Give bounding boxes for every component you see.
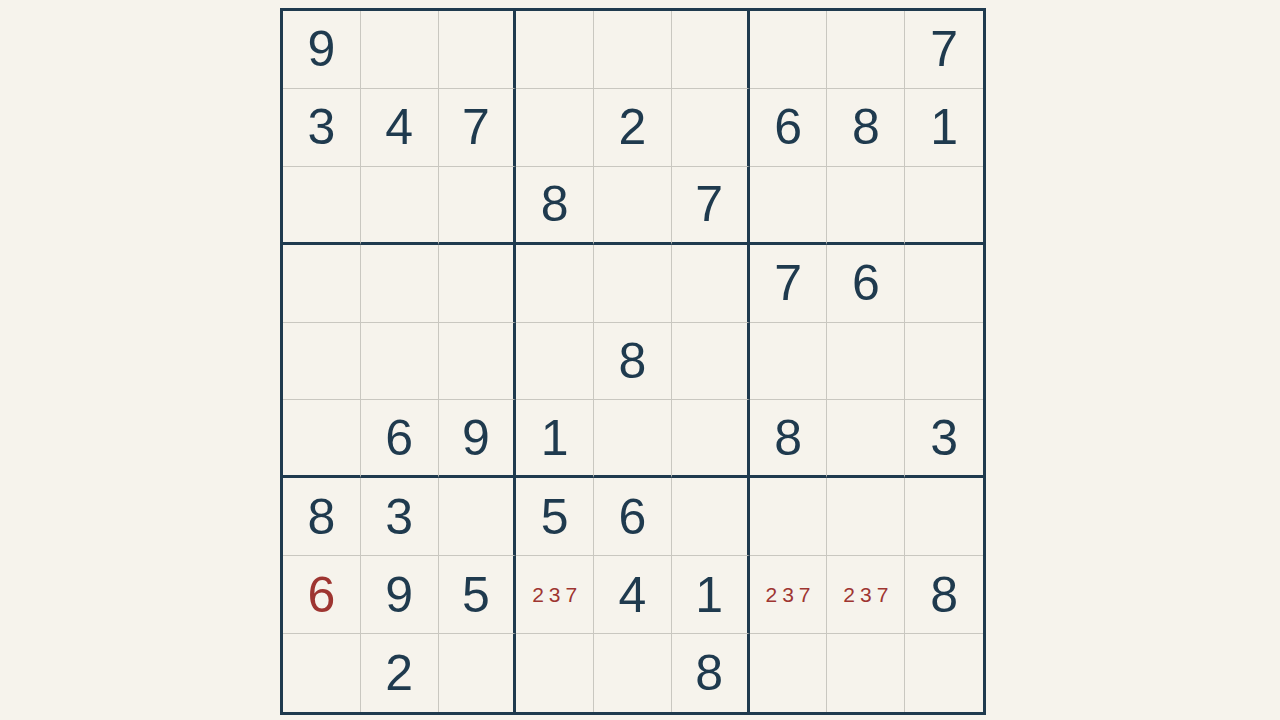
cell-r9c7[interactable] bbox=[750, 634, 828, 712]
cell-r4c6[interactable] bbox=[672, 245, 750, 323]
cell-r6c4[interactable]: 1 bbox=[516, 400, 594, 478]
given-digit: 5 bbox=[541, 492, 569, 542]
cell-r6c7[interactable]: 8 bbox=[750, 400, 828, 478]
given-digit: 8 bbox=[774, 413, 802, 463]
cell-r2c6[interactable] bbox=[672, 89, 750, 167]
cell-r8c9[interactable]: 8 bbox=[905, 556, 983, 634]
cell-r2c2[interactable]: 4 bbox=[361, 89, 439, 167]
cell-r6c8[interactable] bbox=[827, 400, 905, 478]
cell-r3c7[interactable] bbox=[750, 167, 828, 245]
given-digit: 8 bbox=[619, 336, 647, 386]
cell-r7c7[interactable] bbox=[750, 478, 828, 556]
cell-r2c7[interactable]: 6 bbox=[750, 89, 828, 167]
cell-r4c1[interactable] bbox=[283, 245, 361, 323]
sudoku-board: 9734726818776869183835669523741237237828 bbox=[280, 8, 986, 715]
cell-r2c5[interactable]: 2 bbox=[594, 89, 672, 167]
cell-r1c4[interactable] bbox=[516, 11, 594, 89]
cell-r5c7[interactable] bbox=[750, 323, 828, 401]
given-digit: 1 bbox=[930, 102, 958, 152]
cell-r7c5[interactable]: 6 bbox=[594, 478, 672, 556]
given-digit: 7 bbox=[930, 24, 958, 74]
cell-r4c3[interactable] bbox=[439, 245, 517, 323]
given-digit: 3 bbox=[307, 102, 335, 152]
given-digit: 2 bbox=[385, 648, 413, 698]
cell-r9c5[interactable] bbox=[594, 634, 672, 712]
cell-r4c5[interactable] bbox=[594, 245, 672, 323]
given-digit: 9 bbox=[307, 24, 335, 74]
given-digit: 3 bbox=[385, 492, 413, 542]
given-digit: 5 bbox=[462, 570, 490, 620]
cell-r4c8[interactable]: 6 bbox=[827, 245, 905, 323]
cell-r6c6[interactable] bbox=[672, 400, 750, 478]
cell-r5c6[interactable] bbox=[672, 323, 750, 401]
cell-r8c2[interactable]: 9 bbox=[361, 556, 439, 634]
cell-r8c3[interactable]: 5 bbox=[439, 556, 517, 634]
cell-r7c8[interactable] bbox=[827, 478, 905, 556]
cell-r8c7[interactable]: 237 bbox=[750, 556, 828, 634]
cell-r2c9[interactable]: 1 bbox=[905, 89, 983, 167]
given-digit: 4 bbox=[385, 102, 413, 152]
cell-r4c4[interactable] bbox=[516, 245, 594, 323]
cell-r2c4[interactable] bbox=[516, 89, 594, 167]
cell-r3c4[interactable]: 8 bbox=[516, 167, 594, 245]
cell-r1c2[interactable] bbox=[361, 11, 439, 89]
given-digit: 1 bbox=[695, 570, 723, 620]
given-digit: 8 bbox=[695, 648, 723, 698]
cell-r3c3[interactable] bbox=[439, 167, 517, 245]
given-digit: 7 bbox=[695, 179, 723, 229]
given-digit: 3 bbox=[930, 413, 958, 463]
pencil-marks: 237 bbox=[843, 584, 893, 605]
cell-r7c4[interactable]: 5 bbox=[516, 478, 594, 556]
cell-r1c5[interactable] bbox=[594, 11, 672, 89]
cell-r9c6[interactable]: 8 bbox=[672, 634, 750, 712]
cell-r9c8[interactable] bbox=[827, 634, 905, 712]
given-digit: 7 bbox=[462, 102, 490, 152]
cell-r5c5[interactable]: 8 bbox=[594, 323, 672, 401]
cell-r5c2[interactable] bbox=[361, 323, 439, 401]
given-digit: 9 bbox=[385, 570, 413, 620]
cell-r7c6[interactable] bbox=[672, 478, 750, 556]
cell-r1c9[interactable]: 7 bbox=[905, 11, 983, 89]
given-digit: 6 bbox=[774, 102, 802, 152]
cell-r3c8[interactable] bbox=[827, 167, 905, 245]
cell-r2c3[interactable]: 7 bbox=[439, 89, 517, 167]
cell-r9c2[interactable]: 2 bbox=[361, 634, 439, 712]
cell-r5c4[interactable] bbox=[516, 323, 594, 401]
cell-r3c6[interactable]: 7 bbox=[672, 167, 750, 245]
pencil-marks: 237 bbox=[766, 584, 816, 605]
cell-r9c3[interactable] bbox=[439, 634, 517, 712]
cell-r5c1[interactable] bbox=[283, 323, 361, 401]
cell-r7c1[interactable]: 8 bbox=[283, 478, 361, 556]
cell-r7c2[interactable]: 3 bbox=[361, 478, 439, 556]
cell-r5c9[interactable] bbox=[905, 323, 983, 401]
cell-r6c1[interactable] bbox=[283, 400, 361, 478]
cell-r3c2[interactable] bbox=[361, 167, 439, 245]
given-digit: 6 bbox=[852, 258, 880, 308]
cell-r4c9[interactable] bbox=[905, 245, 983, 323]
given-digit: 6 bbox=[385, 413, 413, 463]
cell-r8c6[interactable]: 1 bbox=[672, 556, 750, 634]
cell-r8c5[interactable]: 4 bbox=[594, 556, 672, 634]
cell-r6c5[interactable] bbox=[594, 400, 672, 478]
cell-r2c1[interactable]: 3 bbox=[283, 89, 361, 167]
given-digit: 7 bbox=[774, 258, 802, 308]
cell-r7c9[interactable] bbox=[905, 478, 983, 556]
cell-r8c1[interactable]: 6 bbox=[283, 556, 361, 634]
cell-r8c8[interactable]: 237 bbox=[827, 556, 905, 634]
cell-r2c8[interactable]: 8 bbox=[827, 89, 905, 167]
cell-r6c9[interactable]: 3 bbox=[905, 400, 983, 478]
cell-r1c7[interactable] bbox=[750, 11, 828, 89]
user-digit: 6 bbox=[307, 570, 335, 620]
cell-r1c1[interactable]: 9 bbox=[283, 11, 361, 89]
cell-r1c8[interactable] bbox=[827, 11, 905, 89]
cell-r7c3[interactable] bbox=[439, 478, 517, 556]
given-digit: 8 bbox=[307, 492, 335, 542]
cell-r3c1[interactable] bbox=[283, 167, 361, 245]
given-digit: 1 bbox=[541, 413, 569, 463]
cell-r1c6[interactable] bbox=[672, 11, 750, 89]
given-digit: 2 bbox=[619, 102, 647, 152]
cell-r3c5[interactable] bbox=[594, 167, 672, 245]
cell-r9c9[interactable] bbox=[905, 634, 983, 712]
cell-r4c2[interactable] bbox=[361, 245, 439, 323]
cell-r8c4[interactable]: 237 bbox=[516, 556, 594, 634]
cell-r3c9[interactable] bbox=[905, 167, 983, 245]
given-digit: 8 bbox=[930, 570, 958, 620]
cell-r5c8[interactable] bbox=[827, 323, 905, 401]
cell-r9c1[interactable] bbox=[283, 634, 361, 712]
cell-r4c7[interactable]: 7 bbox=[750, 245, 828, 323]
cell-r5c3[interactable] bbox=[439, 323, 517, 401]
cell-r1c3[interactable] bbox=[439, 11, 517, 89]
given-digit: 8 bbox=[541, 179, 569, 229]
given-digit: 6 bbox=[619, 492, 647, 542]
given-digit: 8 bbox=[852, 102, 880, 152]
cell-r6c3[interactable]: 9 bbox=[439, 400, 517, 478]
pencil-marks: 237 bbox=[532, 584, 582, 605]
cell-r6c2[interactable]: 6 bbox=[361, 400, 439, 478]
cell-r9c4[interactable] bbox=[516, 634, 594, 712]
given-digit: 4 bbox=[619, 570, 647, 620]
given-digit: 9 bbox=[462, 413, 490, 463]
